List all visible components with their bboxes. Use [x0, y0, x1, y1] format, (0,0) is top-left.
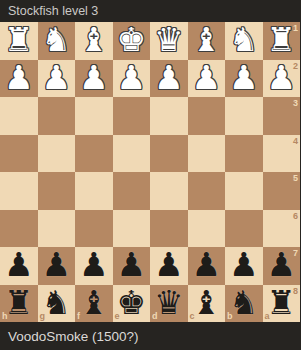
square-e8[interactable]: ♚e [113, 285, 151, 323]
black-pawn[interactable]: ♟ [154, 248, 184, 281]
square-f1[interactable]: ♝ [75, 22, 113, 60]
white-pawn[interactable]: ♟ [191, 61, 221, 94]
player-bar: VoodoSmoke (1500?) [0, 322, 300, 350]
square-b2[interactable]: ♟ [225, 60, 263, 98]
square-d4[interactable] [150, 135, 188, 173]
chess-board: ♜♞♝♚♛♝♞♜1♟♟♟♟♟♟♟♟23456♟♟♟♟♟♟♟♟7♜h♞g♝f♚e♛… [0, 22, 300, 322]
white-king[interactable]: ♚ [116, 23, 146, 56]
white-knight[interactable]: ♞ [229, 23, 259, 56]
square-c8[interactable]: ♝c [188, 285, 226, 323]
square-c3[interactable] [188, 97, 226, 135]
black-knight[interactable]: ♞ [41, 286, 71, 319]
black-knight[interactable]: ♞ [229, 286, 259, 319]
file-label-a: a [265, 312, 270, 321]
rank-label-6: 6 [293, 212, 298, 221]
square-e7[interactable]: ♟ [113, 247, 151, 285]
square-f5[interactable] [75, 172, 113, 210]
square-b1[interactable]: ♞ [225, 22, 263, 60]
rank-label-7: 7 [293, 249, 298, 258]
square-c4[interactable] [188, 135, 226, 173]
square-e3[interactable] [113, 97, 151, 135]
square-g2[interactable]: ♟ [38, 60, 76, 98]
square-c1[interactable]: ♝ [188, 22, 226, 60]
square-d7[interactable]: ♟ [150, 247, 188, 285]
file-label-e: e [115, 312, 120, 321]
player-name: VoodoSmoke (1500?) [8, 329, 139, 344]
square-f7[interactable]: ♟ [75, 247, 113, 285]
file-label-c: c [190, 312, 195, 321]
square-d5[interactable] [150, 172, 188, 210]
square-h7[interactable]: ♟ [0, 247, 38, 285]
rank-label-1: 1 [293, 24, 298, 33]
square-g4[interactable] [38, 135, 76, 173]
white-knight[interactable]: ♞ [41, 23, 71, 56]
square-a8[interactable]: ♜8a [263, 285, 301, 323]
file-label-h: h [2, 312, 8, 321]
square-c7[interactable]: ♟ [188, 247, 226, 285]
square-d3[interactable] [150, 97, 188, 135]
rank-label-5: 5 [293, 174, 298, 183]
square-d8[interactable]: ♛d [150, 285, 188, 323]
white-rook[interactable]: ♜ [266, 23, 296, 56]
white-bishop[interactable]: ♝ [79, 23, 109, 56]
opponent-name: Stockfish level 3 [8, 4, 98, 18]
square-a4[interactable]: 4 [263, 135, 301, 173]
square-f8[interactable]: ♝f [75, 285, 113, 323]
square-c6[interactable] [188, 210, 226, 248]
square-h4[interactable] [0, 135, 38, 173]
black-pawn[interactable]: ♟ [4, 248, 34, 281]
square-g5[interactable] [38, 172, 76, 210]
square-e2[interactable]: ♟ [113, 60, 151, 98]
square-e6[interactable] [113, 210, 151, 248]
black-pawn[interactable]: ♟ [191, 248, 221, 281]
black-pawn[interactable]: ♟ [229, 248, 259, 281]
square-h3[interactable] [0, 97, 38, 135]
square-d1[interactable]: ♛ [150, 22, 188, 60]
square-e1[interactable]: ♚ [113, 22, 151, 60]
square-f2[interactable]: ♟ [75, 60, 113, 98]
rank-label-4: 4 [293, 137, 298, 146]
square-a7[interactable]: ♟7 [263, 247, 301, 285]
black-pawn[interactable]: ♟ [79, 248, 109, 281]
file-label-d: d [152, 312, 158, 321]
black-bishop[interactable]: ♝ [191, 286, 221, 319]
opponent-bar: Stockfish level 3 [0, 0, 300, 22]
square-b8[interactable]: ♞b [225, 285, 263, 323]
white-pawn[interactable]: ♟ [266, 61, 296, 94]
white-pawn[interactable]: ♟ [79, 61, 109, 94]
square-f4[interactable] [75, 135, 113, 173]
square-h5[interactable] [0, 172, 38, 210]
square-c5[interactable] [188, 172, 226, 210]
chess-game-window: Stockfish level 3 ♜♞♝♚♛♝♞♜1♟♟♟♟♟♟♟♟23456… [0, 0, 300, 350]
black-pawn[interactable]: ♟ [266, 248, 296, 281]
square-a3[interactable]: 3 [263, 97, 301, 135]
white-bishop[interactable]: ♝ [191, 23, 221, 56]
square-g6[interactable] [38, 210, 76, 248]
rank-label-8: 8 [293, 287, 298, 296]
square-g8[interactable]: ♞g [38, 285, 76, 323]
black-king[interactable]: ♚ [116, 286, 146, 319]
rank-label-2: 2 [293, 62, 298, 71]
square-h2[interactable]: ♟ [0, 60, 38, 98]
white-pawn[interactable]: ♟ [154, 61, 184, 94]
square-b3[interactable] [225, 97, 263, 135]
square-h6[interactable] [0, 210, 38, 248]
square-e4[interactable] [113, 135, 151, 173]
black-pawn[interactable]: ♟ [41, 248, 71, 281]
black-rook[interactable]: ♜ [266, 286, 296, 319]
square-a5[interactable]: 5 [263, 172, 301, 210]
rank-label-3: 3 [293, 99, 298, 108]
square-c2[interactable]: ♟ [188, 60, 226, 98]
white-rook[interactable]: ♜ [4, 23, 34, 56]
black-pawn[interactable]: ♟ [116, 248, 146, 281]
white-pawn[interactable]: ♟ [229, 61, 259, 94]
square-a2[interactable]: ♟2 [263, 60, 301, 98]
square-b6[interactable] [225, 210, 263, 248]
square-e5[interactable] [113, 172, 151, 210]
square-d2[interactable]: ♟ [150, 60, 188, 98]
white-pawn[interactable]: ♟ [116, 61, 146, 94]
black-bishop[interactable]: ♝ [79, 286, 109, 319]
square-a1[interactable]: ♜1 [263, 22, 301, 60]
white-pawn[interactable]: ♟ [4, 61, 34, 94]
square-b4[interactable] [225, 135, 263, 173]
white-pawn[interactable]: ♟ [41, 61, 71, 94]
file-label-b: b [227, 312, 233, 321]
white-queen[interactable]: ♛ [154, 23, 184, 56]
square-a6[interactable]: 6 [263, 210, 301, 248]
file-label-f: f [77, 312, 80, 321]
square-b5[interactable] [225, 172, 263, 210]
square-f3[interactable] [75, 97, 113, 135]
square-g7[interactable]: ♟ [38, 247, 76, 285]
square-g3[interactable] [38, 97, 76, 135]
square-f6[interactable] [75, 210, 113, 248]
square-h1[interactable]: ♜ [0, 22, 38, 60]
square-d6[interactable] [150, 210, 188, 248]
square-g1[interactable]: ♞ [38, 22, 76, 60]
file-label-g: g [40, 312, 46, 321]
black-rook[interactable]: ♜ [4, 286, 34, 319]
square-b7[interactable]: ♟ [225, 247, 263, 285]
black-queen[interactable]: ♛ [154, 286, 184, 319]
square-h8[interactable]: ♜h [0, 285, 38, 323]
